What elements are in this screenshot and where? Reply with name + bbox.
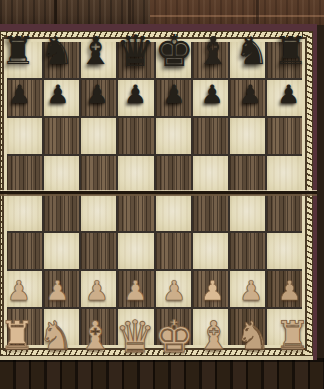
square-f1[interactable]: ♝	[193, 309, 228, 345]
piece-black-pawn: ♟	[85, 81, 108, 107]
square-d5[interactable]	[118, 156, 153, 192]
square-a5[interactable]	[7, 156, 42, 192]
square-b7[interactable]: ♟	[44, 80, 79, 116]
square-a4[interactable]	[7, 195, 42, 231]
square-d8[interactable]: ♛	[118, 42, 153, 78]
square-h5[interactable]	[267, 156, 302, 192]
square-a8[interactable]: ♜	[7, 42, 42, 78]
square-g3[interactable]	[230, 233, 265, 269]
square-f8[interactable]: ♝	[193, 42, 228, 78]
piece-black-pawn: ♟	[9, 81, 32, 107]
square-a1[interactable]: ♜	[7, 309, 42, 345]
square-g6[interactable]	[230, 118, 265, 154]
square-b2[interactable]: ♟	[44, 271, 79, 307]
square-a7[interactable]: ♟	[7, 80, 42, 116]
square-g7[interactable]: ♟	[230, 80, 265, 116]
square-h2[interactable]: ♟	[267, 271, 302, 307]
square-c2[interactable]: ♟	[81, 271, 116, 307]
table-wood-right-edge	[317, 25, 324, 358]
square-c5[interactable]	[81, 156, 116, 192]
square-f2[interactable]: ♟	[193, 271, 228, 307]
square-d1[interactable]: ♛	[118, 309, 153, 345]
piece-black-pawn: ♟	[239, 81, 262, 107]
square-e6[interactable]	[156, 118, 191, 154]
rope-border-bottom	[0, 345, 313, 356]
square-f6[interactable]	[193, 118, 228, 154]
square-h3[interactable]	[267, 233, 302, 269]
piece-white-pawn: ♟	[278, 277, 302, 304]
square-c6[interactable]	[81, 118, 116, 154]
square-c1[interactable]: ♝	[81, 309, 116, 345]
piece-black-pawn: ♟	[277, 81, 300, 107]
square-e2[interactable]: ♟	[156, 271, 191, 307]
square-f4[interactable]	[193, 195, 228, 231]
piece-white-pawn: ♟	[239, 277, 263, 304]
square-e5[interactable]	[156, 156, 191, 192]
square-c4[interactable]	[81, 195, 116, 231]
square-h1[interactable]: ♜	[267, 309, 302, 345]
square-a2[interactable]: ♟	[7, 271, 42, 307]
piece-black-pawn: ♟	[162, 81, 185, 107]
square-h4[interactable]	[267, 195, 302, 231]
square-g8[interactable]: ♞	[230, 42, 265, 78]
piece-white-pawn: ♟	[46, 277, 70, 304]
board-bottom-trim	[0, 356, 313, 360]
plank-gap	[54, 0, 57, 25]
square-e3[interactable]	[156, 233, 191, 269]
square-d6[interactable]	[118, 118, 153, 154]
square-h7[interactable]: ♟	[267, 80, 302, 116]
square-d4[interactable]	[118, 195, 153, 231]
table-wood-bottom	[0, 358, 324, 389]
square-g2[interactable]: ♟	[230, 271, 265, 307]
square-g1[interactable]: ♞	[230, 309, 265, 345]
piece-white-pawn: ♟	[123, 277, 147, 304]
chess-board: ♜♞♝♛♚♝♞♜♟♟♟♟♟♟♟♟♟♟♟♟♟♟♟♟♜♞♝♛♚♝♞♜	[0, 24, 317, 360]
square-b3[interactable]	[44, 233, 79, 269]
square-b6[interactable]	[44, 118, 79, 154]
square-c3[interactable]	[81, 233, 116, 269]
square-b8[interactable]: ♞	[44, 42, 79, 78]
square-e7[interactable]: ♟	[156, 80, 191, 116]
piece-black-pawn: ♟	[47, 81, 70, 107]
plank-gap	[256, 0, 259, 25]
piece-white-pawn: ♟	[162, 277, 186, 304]
square-e1[interactable]: ♚	[156, 309, 191, 345]
square-f3[interactable]	[193, 233, 228, 269]
board-fold-seam	[0, 190, 317, 196]
piece-white-pawn: ♟	[84, 277, 108, 304]
square-g4[interactable]	[230, 195, 265, 231]
table-wood-top	[0, 0, 324, 25]
square-d7[interactable]: ♟	[118, 80, 153, 116]
square-h8[interactable]: ♜	[267, 42, 302, 78]
square-b4[interactable]	[44, 195, 79, 231]
square-f5[interactable]	[193, 156, 228, 192]
square-a3[interactable]	[7, 233, 42, 269]
plank-gap	[128, 0, 131, 25]
square-c7[interactable]: ♟	[81, 80, 116, 116]
square-b5[interactable]	[44, 156, 79, 192]
square-d3[interactable]	[118, 233, 153, 269]
rope-border-top	[0, 31, 313, 42]
piece-white-pawn: ♟	[7, 277, 31, 304]
square-e8[interactable]: ♚	[156, 42, 191, 78]
square-g5[interactable]	[230, 156, 265, 192]
piece-white-pawn: ♟	[200, 277, 224, 304]
table-plank-highlight	[150, 15, 324, 17]
square-d2[interactable]: ♟	[118, 271, 153, 307]
square-b1[interactable]: ♞	[44, 309, 79, 345]
square-f7[interactable]: ♟	[193, 80, 228, 116]
square-h6[interactable]	[267, 118, 302, 154]
piece-black-pawn: ♟	[124, 81, 147, 107]
square-e4[interactable]	[156, 195, 191, 231]
table-warm-patch	[150, 0, 324, 25]
scene: ♜♞♝♛♚♝♞♜♟♟♟♟♟♟♟♟♟♟♟♟♟♟♟♟♜♞♝♛♚♝♞♜	[0, 0, 324, 389]
piece-black-pawn: ♟	[201, 81, 224, 107]
square-c8[interactable]: ♝	[81, 42, 116, 78]
square-a6[interactable]	[7, 118, 42, 154]
